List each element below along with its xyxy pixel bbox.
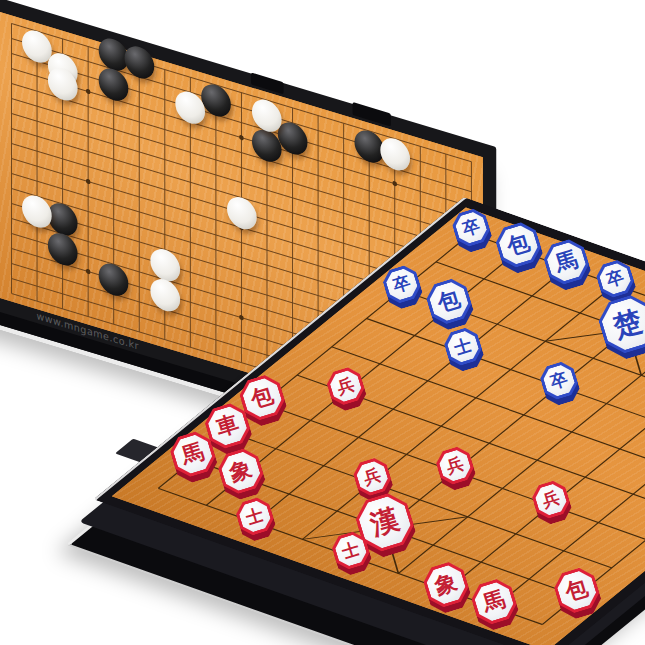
product-photo-stage: www.mngame.co.kr 卒包馬卒卒包楚士卒兵包車馬兵兵象兵兵士漢士象包…	[0, 0, 645, 645]
